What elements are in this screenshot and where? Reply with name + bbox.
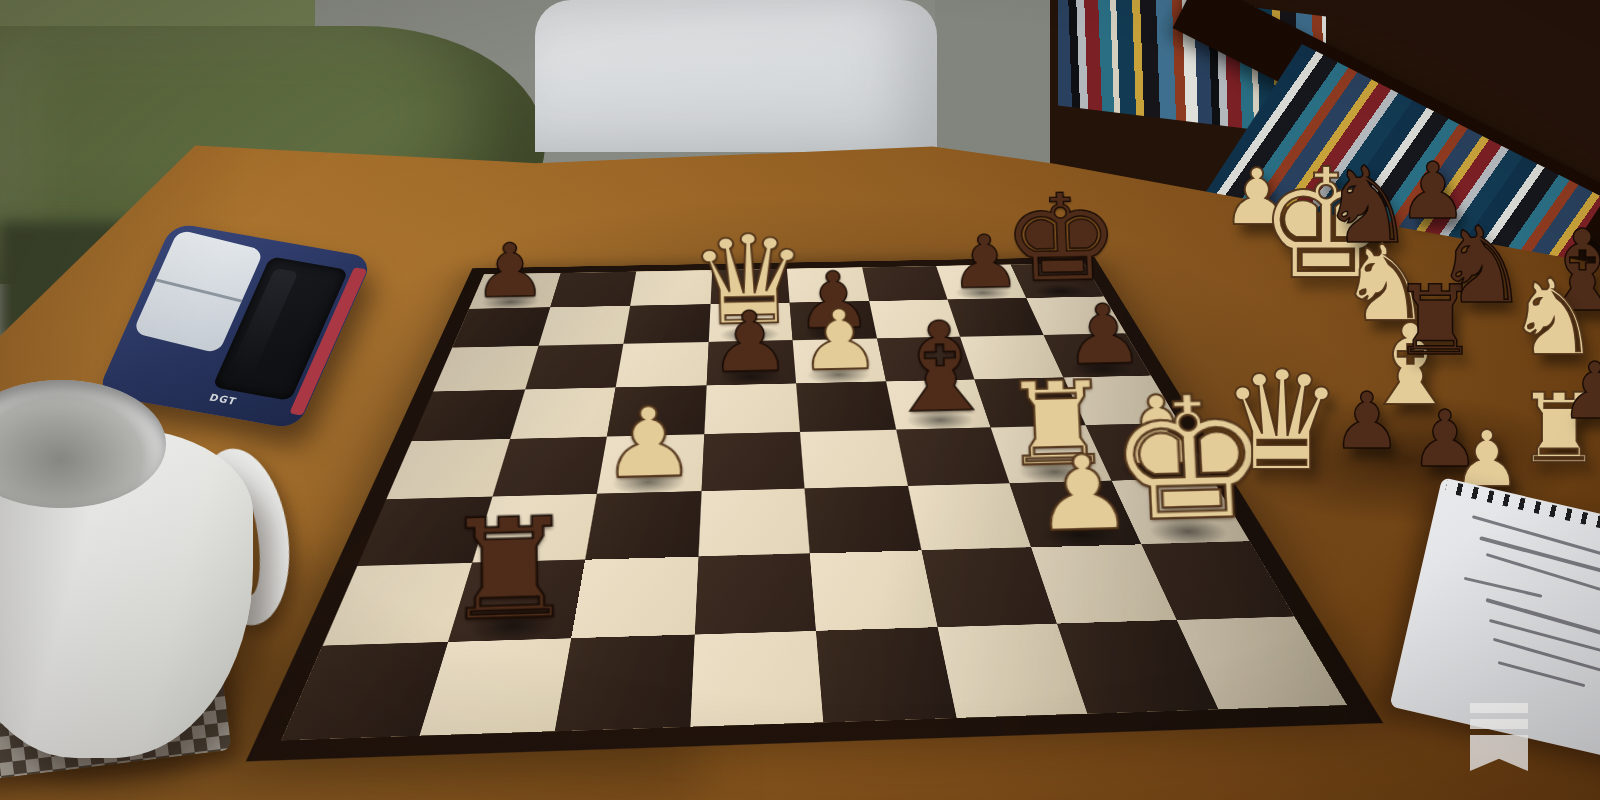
square-c1 xyxy=(555,634,694,731)
logo-bar xyxy=(1470,719,1528,729)
clock-brand-label: DGT xyxy=(207,392,238,407)
square-b8 xyxy=(550,272,636,308)
square-d4 xyxy=(701,432,804,491)
substack-logo-icon xyxy=(1470,703,1528,771)
square-f3 xyxy=(907,483,1031,550)
handwriting-line xyxy=(1464,577,1543,598)
square-b7 xyxy=(538,306,630,346)
square-a8: ♟ xyxy=(469,273,560,309)
black-pawn-d6: ♟ xyxy=(708,302,793,383)
logo-bar xyxy=(1470,703,1528,713)
square-d1 xyxy=(690,630,824,726)
square-f5: ♝ xyxy=(886,379,991,430)
square-a6 xyxy=(433,346,538,392)
square-c3 xyxy=(585,491,701,560)
clock-button-divider xyxy=(155,279,242,303)
square-e2 xyxy=(810,550,937,630)
square-c2 xyxy=(571,557,698,638)
square-e4 xyxy=(800,430,907,488)
square-d3 xyxy=(698,488,810,556)
black-king-h8: ♚ xyxy=(1000,181,1123,297)
square-e1 xyxy=(816,627,956,722)
square-e3 xyxy=(805,486,921,554)
square-d5 xyxy=(704,383,800,434)
square-c4: ♟ xyxy=(597,434,704,493)
white-pawn-e6: ♟ xyxy=(797,301,881,382)
chess-clock: DGT xyxy=(128,222,343,437)
square-f2 xyxy=(921,547,1057,626)
square-a5 xyxy=(412,389,525,441)
white-pawn-c4: ♟ xyxy=(600,397,697,491)
square-f1 xyxy=(937,623,1087,718)
handwriting-line xyxy=(1498,661,1586,687)
square-c6 xyxy=(616,342,709,387)
logo-bookmark-flag xyxy=(1470,735,1528,771)
handwriting-line xyxy=(1479,536,1600,589)
wall xyxy=(935,0,1055,168)
square-e6: ♟ xyxy=(793,339,886,384)
square-h3: ♚ xyxy=(1111,478,1250,545)
square-d6: ♟ xyxy=(706,340,796,385)
photo-scene: ♟♟♚♛♟♟♟♟♝♟♜♟♟♚♜ ♟♚♞♟♞♝♝♜♞♛♟♟♞♟♜♟ DGT xyxy=(0,0,1600,800)
handwriting-line xyxy=(1493,638,1600,674)
clock-body: DGT xyxy=(96,222,373,429)
square-b2: ♜ xyxy=(448,560,586,642)
black-rook-b2: ♜ xyxy=(441,503,579,639)
square-b1 xyxy=(419,638,572,736)
square-b6 xyxy=(525,344,624,389)
square-d2 xyxy=(694,553,816,634)
black-bishop-f5: ♝ xyxy=(878,308,1004,428)
white-chair-back xyxy=(535,0,937,152)
square-f4 xyxy=(896,427,1010,485)
square-a7 xyxy=(452,307,550,347)
black-pawn-a8: ♟ xyxy=(472,236,547,308)
